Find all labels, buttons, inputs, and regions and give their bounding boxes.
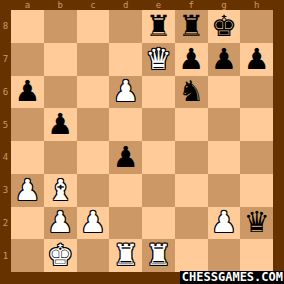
square-f8[interactable]: ♜ (175, 10, 208, 43)
square-e1[interactable]: ♜ (142, 239, 175, 272)
square-a6[interactable]: ♟ (11, 76, 44, 109)
square-d1[interactable]: ♜ (109, 239, 142, 272)
square-c5[interactable] (77, 108, 110, 141)
white-pawn: ♟ (113, 77, 139, 106)
square-h5[interactable] (240, 108, 273, 141)
black-pawn: ♟ (47, 110, 73, 139)
square-h3[interactable] (240, 174, 273, 207)
chess-board[interactable]: ♜♜♚♛♟♟♟♟♟♞♟♟♟♝♟♟♟♛♚♜♜ (11, 10, 273, 272)
square-d3[interactable] (109, 174, 142, 207)
white-rook: ♜ (145, 241, 171, 270)
square-b6[interactable] (44, 76, 77, 109)
square-d7[interactable] (109, 43, 142, 76)
white-queen: ♛ (145, 45, 171, 74)
rank-label-7: 7 (0, 43, 11, 76)
file-label-b: b (44, 0, 77, 10)
square-a7[interactable] (11, 43, 44, 76)
square-a8[interactable] (11, 10, 44, 43)
square-h8[interactable] (240, 10, 273, 43)
square-b5[interactable]: ♟ (44, 108, 77, 141)
square-e8[interactable]: ♜ (142, 10, 175, 43)
file-label-c: c (77, 0, 110, 10)
square-a5[interactable] (11, 108, 44, 141)
square-b2[interactable]: ♟ (44, 207, 77, 240)
square-c1[interactable] (77, 239, 110, 272)
square-a1[interactable] (11, 239, 44, 272)
rank-label-3: 3 (0, 174, 11, 207)
square-b3[interactable]: ♝ (44, 174, 77, 207)
white-pawn: ♟ (47, 208, 73, 237)
square-f1[interactable] (175, 239, 208, 272)
square-c4[interactable] (77, 141, 110, 174)
square-a2[interactable] (11, 207, 44, 240)
square-h2[interactable]: ♛ (240, 207, 273, 240)
rank-label-4: 4 (0, 141, 11, 174)
square-c7[interactable] (77, 43, 110, 76)
square-g4[interactable] (208, 141, 241, 174)
white-rook: ♜ (113, 241, 139, 270)
square-e3[interactable] (142, 174, 175, 207)
square-f2[interactable] (175, 207, 208, 240)
black-pawn: ♟ (14, 77, 40, 106)
square-d4[interactable]: ♟ (109, 141, 142, 174)
black-pawn: ♟ (211, 45, 237, 74)
white-pawn: ♟ (211, 208, 237, 237)
square-b1[interactable]: ♚ (44, 239, 77, 272)
square-d8[interactable] (109, 10, 142, 43)
square-g7[interactable]: ♟ (208, 43, 241, 76)
black-king: ♚ (211, 12, 237, 41)
file-label-a: a (11, 0, 44, 10)
square-d5[interactable] (109, 108, 142, 141)
rank-label-6: 6 (0, 76, 11, 109)
rank-label-8: 8 (0, 10, 11, 43)
site-brand: CHESSGAMES.COM (180, 271, 284, 284)
white-king: ♚ (47, 241, 73, 270)
black-pawn: ♟ (244, 45, 270, 74)
rank-coordinates: 87654321 (0, 10, 11, 272)
square-g8[interactable]: ♚ (208, 10, 241, 43)
white-pawn: ♟ (14, 176, 40, 205)
square-h6[interactable] (240, 76, 273, 109)
square-d2[interactable] (109, 207, 142, 240)
square-g1[interactable] (208, 239, 241, 272)
square-c6[interactable] (77, 76, 110, 109)
square-f5[interactable] (175, 108, 208, 141)
black-rook: ♜ (178, 12, 204, 41)
square-h7[interactable]: ♟ (240, 43, 273, 76)
square-a3[interactable]: ♟ (11, 174, 44, 207)
square-b4[interactable] (44, 141, 77, 174)
black-rook: ♜ (145, 12, 171, 41)
white-pawn: ♟ (80, 208, 106, 237)
square-g6[interactable] (208, 76, 241, 109)
file-label-h: h (240, 0, 273, 10)
square-d6[interactable]: ♟ (109, 76, 142, 109)
square-h1[interactable] (240, 239, 273, 272)
black-knight: ♞ (178, 77, 204, 106)
rank-label-5: 5 (0, 108, 11, 141)
square-c2[interactable]: ♟ (77, 207, 110, 240)
square-e2[interactable] (142, 207, 175, 240)
square-e7[interactable]: ♛ (142, 43, 175, 76)
square-f6[interactable]: ♞ (175, 76, 208, 109)
square-g2[interactable]: ♟ (208, 207, 241, 240)
square-f4[interactable] (175, 141, 208, 174)
rank-label-2: 2 (0, 207, 11, 240)
square-c3[interactable] (77, 174, 110, 207)
chess-diagram: abcdefgh 87654321 ♜♜♚♛♟♟♟♟♟♞♟♟♟♝♟♟♟♛♚♜♜ … (0, 0, 284, 284)
rank-label-1: 1 (0, 239, 11, 272)
square-a4[interactable] (11, 141, 44, 174)
black-pawn: ♟ (113, 143, 139, 172)
file-label-d: d (109, 0, 142, 10)
square-h4[interactable] (240, 141, 273, 174)
square-e6[interactable] (142, 76, 175, 109)
black-queen: ♛ (244, 208, 270, 237)
square-e5[interactable] (142, 108, 175, 141)
square-e4[interactable] (142, 141, 175, 174)
square-f7[interactable]: ♟ (175, 43, 208, 76)
square-b8[interactable] (44, 10, 77, 43)
square-f3[interactable] (175, 174, 208, 207)
square-g3[interactable] (208, 174, 241, 207)
square-c8[interactable] (77, 10, 110, 43)
square-g5[interactable] (208, 108, 241, 141)
square-b7[interactable] (44, 43, 77, 76)
white-bishop: ♝ (47, 176, 73, 205)
black-pawn: ♟ (178, 45, 204, 74)
